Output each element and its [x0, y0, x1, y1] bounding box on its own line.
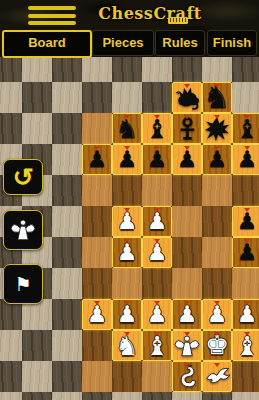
direction-marker — [214, 115, 220, 119]
direction-marker — [124, 208, 130, 212]
black-pawn-piece: ♟ — [237, 241, 258, 264]
angel-icon — [10, 217, 36, 243]
white-pawn-piece: ♟ — [147, 241, 168, 264]
white-pawn-piece: ♟ — [117, 303, 138, 326]
white-eagle-piece — [204, 363, 231, 390]
black-pawn-piece: ♟ — [207, 148, 228, 171]
square-r10-c7[interactable] — [202, 361, 232, 392]
square-r6-c2 — [52, 237, 82, 268]
square-r11-c4 — [112, 392, 142, 400]
direction-marker — [214, 84, 220, 88]
direction-marker — [154, 208, 160, 212]
square-r7-c4[interactable] — [112, 268, 142, 299]
square-r6-c7[interactable] — [202, 237, 232, 268]
tab-board[interactable]: Board — [2, 30, 92, 58]
square-r10-c0 — [0, 361, 22, 392]
app-title: ChessCraft — [80, 4, 220, 23]
square-r7-c2 — [52, 268, 82, 299]
square-r4-c5[interactable] — [142, 175, 172, 206]
square-r8-c8[interactable]: ♟ — [232, 299, 259, 330]
white-pawn-piece: ♟ — [87, 303, 108, 326]
square-r6-c5[interactable]: ♟ — [142, 237, 172, 268]
square-r5-c4[interactable]: ♟ — [112, 206, 142, 237]
hamburger-menu-icon[interactable] — [28, 6, 76, 26]
square-r2-c7[interactable] — [202, 113, 232, 144]
square-r4-c7[interactable] — [202, 175, 232, 206]
black-dragon-piece — [174, 84, 201, 111]
direction-marker — [184, 332, 190, 336]
square-r1-c8 — [232, 82, 259, 113]
direction-marker — [184, 115, 190, 119]
square-r6-c6[interactable] — [172, 237, 202, 268]
square-r5-c8[interactable]: ♟ — [232, 206, 259, 237]
square-r2-c8[interactable]: ♝ — [232, 113, 259, 144]
square-r3-c6[interactable]: ♟ — [172, 144, 202, 175]
square-r3-c7[interactable]: ♟ — [202, 144, 232, 175]
square-r4-c6[interactable] — [172, 175, 202, 206]
direction-marker — [124, 301, 130, 305]
square-r5-c7[interactable] — [202, 206, 232, 237]
white-pawn-piece: ♟ — [147, 303, 168, 326]
direction-marker — [154, 239, 160, 243]
square-r1-c5 — [142, 82, 172, 113]
square-r8-c4[interactable]: ♟ — [112, 299, 142, 330]
black-bishop-piece: ♝ — [145, 116, 168, 142]
square-r1-c3 — [82, 82, 112, 113]
square-r1-c7[interactable]: ♞ — [202, 82, 232, 113]
square-r11-c5 — [142, 392, 172, 400]
square-r4-c3[interactable] — [82, 175, 112, 206]
square-r10-c2 — [52, 361, 82, 392]
square-r7-c3[interactable] — [82, 268, 112, 299]
direction-marker — [244, 332, 250, 336]
square-r7-c5[interactable] — [142, 268, 172, 299]
square-r9-c3[interactable] — [82, 330, 112, 361]
square-r8-c3[interactable]: ♟ — [82, 299, 112, 330]
direction-marker — [124, 115, 130, 119]
undo-button[interactable]: ↺ — [3, 159, 43, 195]
direction-marker — [124, 239, 130, 243]
direction-marker — [244, 208, 250, 212]
flag-icon: ⚑ — [14, 273, 31, 296]
black-pawn-piece: ♟ — [147, 148, 168, 171]
white-pawn-piece: ♟ — [237, 303, 258, 326]
direction-marker — [184, 301, 190, 305]
square-r8-c6[interactable]: ♟ — [172, 299, 202, 330]
direction-marker — [244, 239, 250, 243]
square-r3-c2 — [52, 144, 82, 175]
square-r9-c5[interactable]: ♝ — [142, 330, 172, 361]
square-r1-c6[interactable] — [172, 82, 202, 113]
white-cobra-piece — [175, 364, 200, 389]
square-r11-c8 — [232, 392, 259, 400]
white-pawn-piece: ♟ — [117, 241, 138, 264]
title-badge — [168, 17, 188, 24]
square-r9-c4[interactable]: ♞ — [112, 330, 142, 361]
white-pawn-piece: ♟ — [177, 303, 198, 326]
black-pawn-piece: ♟ — [87, 148, 108, 171]
square-r9-c6[interactable] — [172, 330, 202, 361]
square-r10-c8[interactable] — [232, 361, 259, 392]
square-r7-c6[interactable] — [172, 268, 202, 299]
direction-marker — [154, 301, 160, 305]
direction-marker — [94, 301, 100, 305]
square-r5-c3[interactable] — [82, 206, 112, 237]
square-r11-c3 — [82, 392, 112, 400]
direction-marker — [214, 301, 220, 305]
white-pawn-piece: ♟ — [147, 210, 168, 233]
square-r11-c7 — [202, 392, 232, 400]
black-pawn-piece: ♟ — [177, 148, 198, 171]
square-r9-c2 — [52, 330, 82, 361]
black-scepter-totem-piece — [175, 116, 200, 141]
square-r2-c0 — [0, 113, 22, 144]
angel-piece-button[interactable] — [3, 210, 43, 250]
black-pawn-piece: ♟ — [117, 148, 138, 171]
tab-finish[interactable]: Finish — [207, 30, 257, 56]
square-r9-c0 — [0, 330, 22, 361]
direction-marker — [214, 146, 220, 150]
square-r3-c5[interactable]: ♟ — [142, 144, 172, 175]
square-r6-c8[interactable]: ♟ — [232, 237, 259, 268]
direction-marker — [154, 332, 160, 336]
square-r1-c0 — [0, 82, 22, 113]
square-r4-c4[interactable] — [112, 175, 142, 206]
direction-marker — [94, 146, 100, 150]
chesscraft-app-screen: ♞♞♝♝♟♟♟♟♟♟♟♟♟♟♟♟♟♟♟♟♟♟♞♝♚♝ ChessCraft Bo… — [0, 0, 259, 400]
white-knight-piece: ♞ — [115, 333, 138, 359]
square-r7-c7[interactable] — [202, 268, 232, 299]
direction-marker — [214, 332, 220, 336]
square-r6-c4[interactable]: ♟ — [112, 237, 142, 268]
direction-marker — [124, 332, 130, 336]
square-r10-c1 — [22, 361, 52, 392]
square-r5-c5[interactable]: ♟ — [142, 206, 172, 237]
square-r11-c0 — [0, 392, 22, 400]
square-r9-c8[interactable]: ♝ — [232, 330, 259, 361]
square-r4-c8[interactable] — [232, 175, 259, 206]
square-r10-c6[interactable] — [172, 361, 202, 392]
undo-icon: ↺ — [13, 163, 34, 192]
square-r2-c5[interactable]: ♝ — [142, 113, 172, 144]
white-pawn-piece: ♟ — [207, 303, 228, 326]
square-r11-c1 — [22, 392, 52, 400]
black-knight-piece: ♞ — [115, 116, 138, 142]
white-bishop-piece: ♝ — [145, 333, 168, 359]
square-r2-c2 — [52, 113, 82, 144]
square-r3-c3[interactable]: ♟ — [82, 144, 112, 175]
square-r1-c2 — [52, 82, 82, 113]
tab-pieces[interactable]: Pieces — [92, 30, 154, 56]
square-r6-c3[interactable] — [82, 237, 112, 268]
square-r11-c6 — [172, 392, 202, 400]
square-r10-c5[interactable] — [142, 361, 172, 392]
direction-marker — [244, 301, 250, 305]
direction-marker — [124, 146, 130, 150]
square-r8-c2 — [52, 299, 82, 330]
square-r8-c7[interactable]: ♟ — [202, 299, 232, 330]
white-pawn-piece: ♟ — [117, 210, 138, 233]
square-r10-c3[interactable] — [82, 361, 112, 392]
square-r10-c4[interactable] — [112, 361, 142, 392]
square-r3-c4[interactable]: ♟ — [112, 144, 142, 175]
square-r3-c8[interactable]: ♟ — [232, 144, 259, 175]
black-pawn-piece: ♟ — [237, 148, 258, 171]
direction-marker — [244, 146, 250, 150]
square-r2-c1 — [22, 113, 52, 144]
square-r9-c1 — [22, 330, 52, 361]
direction-marker — [184, 363, 190, 367]
black-bishop-piece: ♝ — [235, 116, 258, 142]
direction-marker — [214, 363, 220, 367]
square-r9-c7[interactable]: ♚ — [202, 330, 232, 361]
tab-bar: Board Pieces Rules Finish — [0, 29, 259, 57]
white-angel-piece — [174, 333, 200, 359]
flag-button[interactable]: ⚑ — [3, 264, 43, 304]
white-king-piece: ♚ — [205, 332, 229, 359]
square-r7-c8[interactable] — [232, 268, 259, 299]
direction-marker — [184, 146, 190, 150]
square-r5-c6[interactable] — [172, 206, 202, 237]
square-r2-c4[interactable]: ♞ — [112, 113, 142, 144]
square-r1-c4 — [112, 82, 142, 113]
square-r5-c2 — [52, 206, 82, 237]
square-r4-c2 — [52, 175, 82, 206]
direction-marker — [154, 115, 160, 119]
black-hydra-head-piece — [204, 116, 230, 142]
white-bishop-piece: ♝ — [235, 333, 258, 359]
tab-rules[interactable]: Rules — [155, 30, 205, 56]
direction-marker — [184, 84, 190, 88]
black-pawn-piece: ♟ — [237, 210, 258, 233]
square-r11-c2 — [52, 392, 82, 400]
square-r8-c5[interactable]: ♟ — [142, 299, 172, 330]
square-r2-c6[interactable] — [172, 113, 202, 144]
square-r2-c3[interactable] — [82, 113, 112, 144]
direction-marker — [154, 146, 160, 150]
direction-marker — [244, 115, 250, 119]
app-header: ChessCraft Board Pieces Rules Finish — [0, 0, 259, 57]
square-r1-c1 — [22, 82, 52, 113]
